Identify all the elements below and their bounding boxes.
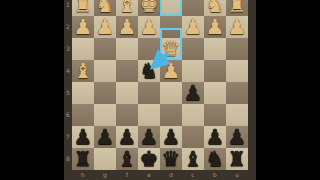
square-a8[interactable]: ♜ [226, 148, 248, 170]
square-c4[interactable] [182, 60, 204, 82]
rank-label-3: 3 [64, 45, 72, 53]
square-b5[interactable] [204, 82, 226, 104]
rank-label-7: 7 [64, 133, 72, 141]
white-pawn[interactable]: ♟ [184, 16, 203, 39]
square-h7[interactable]: ♟ [72, 126, 94, 148]
file-label-h: h [72, 171, 94, 179]
file-label-f: f [116, 171, 138, 179]
square-b1[interactable]: ♞ [204, 0, 226, 16]
square-f1[interactable]: ♝ [116, 0, 138, 16]
square-b3[interactable] [204, 38, 226, 60]
square-d5[interactable] [160, 82, 182, 104]
white-pawn[interactable]: ♟ [74, 16, 93, 39]
square-a6[interactable] [226, 104, 248, 126]
rank-label-5: 5 [64, 89, 72, 97]
black-queen[interactable]: ♛ [162, 148, 181, 171]
square-c1[interactable] [182, 0, 204, 16]
square-b2[interactable]: ♟ [204, 16, 226, 38]
black-knight[interactable]: ♞ [206, 148, 225, 171]
square-h3[interactable] [72, 38, 94, 60]
black-pawn[interactable]: ♟ [74, 126, 93, 149]
square-g7[interactable]: ♟ [94, 126, 116, 148]
square-f5[interactable] [116, 82, 138, 104]
square-c6[interactable] [182, 104, 204, 126]
square-c5[interactable]: ♟ [182, 82, 204, 104]
rank-label-2: 2 [64, 23, 72, 31]
square-c3[interactable] [182, 38, 204, 60]
rank-label-1: 1 [64, 1, 72, 9]
right-letterbox [256, 0, 320, 180]
square-d8[interactable]: ♛ [160, 148, 182, 170]
square-a3[interactable] [226, 38, 248, 60]
square-h6[interactable] [72, 104, 94, 126]
square-g4[interactable] [94, 60, 116, 82]
file-label-d: d [160, 171, 182, 179]
rank-label-6: 6 [64, 111, 72, 119]
square-c2[interactable]: ♟ [182, 16, 204, 38]
white-pawn[interactable]: ♟ [228, 16, 247, 39]
square-h4[interactable]: ♝ [72, 60, 94, 82]
file-label-a: a [226, 171, 248, 179]
white-pawn[interactable]: ♟ [118, 16, 137, 39]
square-c7[interactable] [182, 126, 204, 148]
black-pawn[interactable]: ♟ [140, 126, 159, 149]
square-d2[interactable] [160, 16, 182, 38]
rank-label-8: 8 [64, 155, 72, 163]
square-g5[interactable] [94, 82, 116, 104]
square-g6[interactable] [94, 104, 116, 126]
square-f7[interactable]: ♟ [116, 126, 138, 148]
square-f6[interactable] [116, 104, 138, 126]
square-e7[interactable]: ♟ [138, 126, 160, 148]
white-bishop[interactable]: ♝ [74, 60, 93, 83]
black-pawn[interactable]: ♟ [96, 126, 115, 149]
square-h2[interactable]: ♟ [72, 16, 94, 38]
square-a5[interactable] [226, 82, 248, 104]
black-pawn[interactable]: ♟ [162, 126, 181, 149]
white-pawn[interactable]: ♟ [96, 16, 115, 39]
square-f8[interactable]: ♝ [116, 148, 138, 170]
square-b7[interactable]: ♟ [204, 126, 226, 148]
square-d7[interactable]: ♟ [160, 126, 182, 148]
white-pawn[interactable]: ♟ [140, 16, 159, 39]
black-king[interactable]: ♚ [140, 148, 159, 171]
white-pawn[interactable]: ♟ [162, 60, 181, 83]
black-rook[interactable]: ♜ [74, 148, 93, 171]
rank-label-4: 4 [64, 67, 72, 75]
left-letterbox [0, 0, 64, 180]
square-e4[interactable]: ♞ [138, 60, 160, 82]
black-rook[interactable]: ♜ [228, 148, 247, 171]
square-f3[interactable] [116, 38, 138, 60]
square-e6[interactable] [138, 104, 160, 126]
square-b6[interactable] [204, 104, 226, 126]
square-g8[interactable] [94, 148, 116, 170]
black-pawn[interactable]: ♟ [118, 126, 137, 149]
square-h5[interactable] [72, 82, 94, 104]
chess-board: ♜♞♝♚♞♜♟♟♟♟♟♟♟♛♝♞♟♟♟♟♟♟♟♟♟♜♝♚♛♝♞♜ hgfedcb… [64, 0, 256, 180]
black-pawn[interactable]: ♟ [206, 126, 225, 149]
chess-app-screen: ♜♞♝♚♞♜♟♟♟♟♟♟♟♛♝♞♟♟♟♟♟♟♟♟♟♜♝♚♛♝♞♜ hgfedcb… [0, 0, 320, 180]
file-label-b: b [204, 171, 226, 179]
square-c8[interactable]: ♝ [182, 148, 204, 170]
square-a4[interactable] [226, 60, 248, 82]
square-a1[interactable]: ♜ [226, 0, 248, 16]
white-queen[interactable]: ♛ [162, 38, 181, 61]
black-knight[interactable]: ♞ [140, 60, 159, 83]
file-label-c: c [182, 171, 204, 179]
black-pawn[interactable]: ♟ [228, 126, 247, 149]
square-e3[interactable] [138, 38, 160, 60]
black-bishop[interactable]: ♝ [184, 148, 203, 171]
black-bishop[interactable]: ♝ [118, 148, 137, 171]
square-b4[interactable] [204, 60, 226, 82]
square-d4[interactable]: ♟ [160, 60, 182, 82]
square-g1[interactable]: ♞ [94, 0, 116, 16]
square-a7[interactable]: ♟ [226, 126, 248, 148]
square-g2[interactable]: ♟ [94, 16, 116, 38]
square-a2[interactable]: ♟ [226, 16, 248, 38]
square-e2[interactable]: ♟ [138, 16, 160, 38]
square-f2[interactable]: ♟ [116, 16, 138, 38]
square-f4[interactable] [116, 60, 138, 82]
square-d3[interactable]: ♛ [160, 38, 182, 60]
black-pawn[interactable]: ♟ [184, 82, 203, 105]
square-e8[interactable]: ♚ [138, 148, 160, 170]
white-pawn[interactable]: ♟ [206, 16, 225, 39]
square-e5[interactable] [138, 82, 160, 104]
square-g3[interactable] [94, 38, 116, 60]
file-label-e: e [138, 171, 160, 179]
square-d1[interactable] [160, 0, 182, 16]
square-h1[interactable]: ♜ [72, 0, 94, 16]
square-h8[interactable]: ♜ [72, 148, 94, 170]
square-b8[interactable]: ♞ [204, 148, 226, 170]
square-e1[interactable]: ♚ [138, 0, 160, 16]
board-squares: ♜♞♝♚♞♜♟♟♟♟♟♟♟♛♝♞♟♟♟♟♟♟♟♟♟♜♝♚♛♝♞♜ [72, 0, 248, 170]
file-label-g: g [94, 171, 116, 179]
square-d6[interactable] [160, 104, 182, 126]
